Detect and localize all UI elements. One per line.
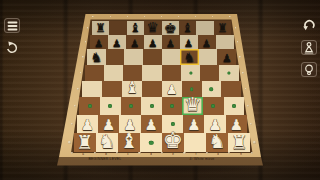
board-rank-3: ♛	[79, 97, 244, 115]
square-e1[interactable]: ♚	[162, 133, 184, 152]
square-h5[interactable]	[219, 65, 238, 81]
square-f3[interactable]: ♛	[182, 97, 203, 115]
square-e6[interactable]	[162, 49, 181, 65]
square-d4[interactable]	[142, 81, 162, 97]
piece-black-rook-h8[interactable]: ♜	[217, 23, 227, 35]
square-d8[interactable]: ♛	[144, 21, 161, 35]
square-g5[interactable]	[200, 65, 219, 81]
hamburger-icon	[6, 20, 19, 32]
square-b8[interactable]	[109, 21, 126, 35]
square-f6[interactable]: ♞	[180, 49, 199, 65]
rotate-icon	[5, 40, 19, 55]
piece-black-pawn-h6[interactable]: ♟	[222, 53, 232, 64]
piece-white-pawn-e4[interactable]: ♟	[166, 84, 178, 97]
board-rank-8: ♜♝♛♚♝♜	[92, 21, 231, 35]
legal-move-dot-e2[interactable]	[170, 122, 174, 126]
piece-black-pawn-b7[interactable]: ♟	[112, 38, 121, 49]
square-b3[interactable]	[100, 97, 121, 115]
legal-move-dot-f4[interactable]	[190, 87, 194, 91]
square-f2[interactable]: ♟	[183, 115, 204, 133]
menu-button[interactable]	[4, 18, 20, 33]
board-rank-6: ♞♞♟	[87, 49, 236, 65]
piece-black-knight-f6[interactable]: ♞	[184, 51, 196, 64]
piece-white-bishop-c1[interactable]: ♝	[120, 131, 138, 152]
board-rank-5	[85, 65, 239, 81]
square-d7[interactable]: ♟	[144, 35, 162, 49]
piece-black-pawn-g7[interactable]: ♟	[202, 38, 211, 49]
square-g8[interactable]	[196, 21, 213, 35]
legal-move-dot-g3[interactable]	[211, 104, 215, 108]
pieces-button[interactable]	[301, 40, 317, 55]
square-h1[interactable]: ♜	[228, 133, 250, 152]
square-a3[interactable]	[79, 97, 100, 115]
piece-black-pawn-d7[interactable]: ♟	[148, 38, 157, 49]
square-c8[interactable]: ♝	[127, 21, 144, 35]
legal-move-dot-d1[interactable]	[149, 140, 154, 145]
legal-move-dot-d3[interactable]	[150, 104, 154, 108]
square-f8[interactable]: ♝	[179, 21, 196, 35]
square-d1[interactable]	[140, 133, 162, 152]
legal-move-dot-e3[interactable]	[170, 104, 174, 108]
square-c6[interactable]	[124, 49, 143, 65]
square-g6[interactable]	[199, 49, 218, 65]
square-e7[interactable]: ♟	[162, 35, 180, 49]
square-g7[interactable]: ♟	[198, 35, 216, 49]
square-d3[interactable]	[141, 97, 162, 115]
square-b4[interactable]	[102, 81, 122, 97]
square-e5[interactable]	[162, 65, 181, 81]
piece-black-knight-a6[interactable]: ♞	[91, 51, 103, 64]
square-c3[interactable]	[121, 97, 142, 115]
square-d5[interactable]	[142, 65, 161, 81]
square-b1[interactable]: ♞	[96, 133, 118, 152]
legal-move-dot-a3[interactable]	[88, 104, 92, 108]
lightbulb-icon	[302, 63, 316, 77]
square-e4[interactable]: ♟	[162, 81, 182, 97]
chess-board[interactable]: ♜♝♛♚♝♜♟♟♟♟♟♟♟♞♞♟♝♟♛♟♟♟♟♟♟♟♜♞♝♚♞♜	[0, 0, 320, 180]
chess-app-screen: BEGINNER LEVEL 4: White move ♜♝♛♚♝♜♟♟♟♟♟…	[0, 0, 320, 180]
undo-arrow-icon	[302, 17, 316, 33]
piece-black-pawn-a7[interactable]: ♟	[94, 38, 103, 49]
undo-button[interactable]	[301, 17, 317, 32]
square-a8[interactable]: ♜	[92, 21, 109, 35]
square-d6[interactable]	[143, 49, 162, 65]
piece-white-rook-h1[interactable]: ♜	[231, 133, 248, 152]
square-h3[interactable]	[224, 97, 245, 115]
piece-white-bishop-c4[interactable]: ♝	[125, 80, 140, 96]
piece-black-queen-d8[interactable]: ♛	[147, 21, 159, 35]
square-e3[interactable]	[162, 97, 183, 115]
board-rank-4: ♝♟	[82, 81, 241, 97]
legal-move-dot-h5[interactable]	[227, 71, 230, 74]
legal-move-dot-b3[interactable]	[108, 104, 112, 108]
piece-black-rook-a8[interactable]: ♜	[95, 23, 105, 35]
hint-button[interactable]	[301, 62, 317, 77]
chess-piece-icon	[302, 41, 316, 55]
square-d2[interactable]: ♟	[141, 115, 162, 133]
piece-white-queen-f3[interactable]: ♛	[184, 95, 201, 114]
piece-white-knight-g1[interactable]: ♞	[209, 132, 226, 151]
board-rank-7: ♟♟♟♟♟♟♟	[90, 35, 234, 49]
legal-move-dot-h3[interactable]	[232, 104, 236, 108]
piece-white-king-e1[interactable]: ♚	[163, 129, 183, 152]
square-b5[interactable]	[104, 65, 123, 81]
square-g4[interactable]	[202, 81, 222, 97]
legal-move-dot-g4[interactable]	[210, 87, 214, 91]
square-e8[interactable]: ♚	[162, 21, 179, 35]
piece-white-pawn-f2[interactable]: ♟	[187, 118, 200, 133]
piece-black-pawn-f7[interactable]: ♟	[184, 38, 193, 49]
square-f7[interactable]: ♟	[180, 35, 198, 49]
square-h6[interactable]: ♟	[217, 49, 236, 65]
legal-move-dot-f5[interactable]	[189, 71, 192, 74]
board-rank-1: ♜♞♝♚♞♜	[74, 133, 251, 152]
square-a6[interactable]: ♞	[87, 49, 106, 65]
square-b6[interactable]	[106, 49, 125, 65]
square-a1[interactable]: ♜	[74, 133, 96, 152]
square-h4[interactable]	[221, 81, 241, 97]
square-c7[interactable]: ♟	[126, 35, 144, 49]
piece-black-pawn-e7[interactable]: ♟	[166, 38, 175, 49]
square-g1[interactable]: ♞	[206, 133, 228, 152]
square-h7[interactable]	[216, 35, 234, 49]
square-f1[interactable]	[184, 133, 206, 152]
piece-white-knight-b1[interactable]: ♞	[98, 132, 115, 151]
square-c4[interactable]: ♝	[122, 81, 142, 97]
piece-white-pawn-d2[interactable]: ♟	[145, 118, 158, 133]
legal-move-dot-c3[interactable]	[129, 104, 133, 108]
square-g3[interactable]	[203, 97, 224, 115]
piece-black-pawn-c7[interactable]: ♟	[130, 38, 139, 49]
piece-black-king-e8[interactable]: ♚	[164, 21, 177, 35]
square-a5[interactable]	[85, 65, 104, 81]
flip-board-button[interactable]	[4, 40, 20, 55]
piece-black-bishop-f8[interactable]: ♝	[182, 22, 193, 35]
square-b7[interactable]: ♟	[108, 35, 126, 49]
square-h8[interactable]: ♜	[214, 21, 231, 35]
square-f5[interactable]	[181, 65, 200, 81]
piece-black-bishop-c8[interactable]: ♝	[130, 22, 141, 35]
square-a7[interactable]: ♟	[90, 35, 108, 49]
piece-white-rook-a1[interactable]: ♜	[76, 133, 93, 152]
square-c1[interactable]: ♝	[118, 133, 140, 152]
square-a4[interactable]	[82, 81, 102, 97]
